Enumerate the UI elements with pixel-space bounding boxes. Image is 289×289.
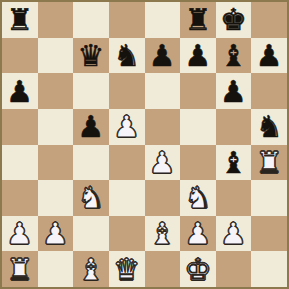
square-b5[interactable] [38,109,74,145]
white-pawn[interactable]: ♟ [113,109,140,144]
square-f8[interactable]: ♜ [180,2,216,38]
square-c6[interactable] [73,73,109,109]
square-h8[interactable] [251,2,287,38]
square-f1[interactable]: ♚ [180,251,216,287]
black-pawn[interactable]: ♟ [220,74,247,109]
white-king[interactable]: ♚ [184,252,211,287]
white-pawn[interactable]: ♟ [6,216,33,251]
square-g2[interactable]: ♟ [216,216,252,252]
square-f6[interactable] [180,73,216,109]
square-b1[interactable] [38,251,74,287]
square-g1[interactable] [216,251,252,287]
square-c3[interactable]: ♞ [73,180,109,216]
square-f3[interactable]: ♞ [180,180,216,216]
square-e6[interactable] [145,73,181,109]
square-d2[interactable] [109,216,145,252]
square-g8[interactable]: ♚ [216,2,252,38]
square-e7[interactable]: ♟ [145,38,181,74]
square-b4[interactable] [38,145,74,181]
white-knight[interactable]: ♞ [184,180,211,215]
white-pawn[interactable]: ♟ [149,145,176,180]
white-bishop[interactable]: ♝ [78,252,105,287]
square-c2[interactable] [73,216,109,252]
square-a7[interactable] [2,38,38,74]
square-d5[interactable]: ♟ [109,109,145,145]
white-queen[interactable]: ♛ [113,252,140,287]
square-d4[interactable] [109,145,145,181]
square-b2[interactable]: ♟ [38,216,74,252]
square-a1[interactable]: ♜ [2,251,38,287]
black-bishop[interactable]: ♝ [220,145,247,180]
square-e3[interactable] [145,180,181,216]
square-f5[interactable] [180,109,216,145]
square-h4[interactable]: ♜ [251,145,287,181]
square-h5[interactable]: ♞ [251,109,287,145]
square-a6[interactable]: ♟ [2,73,38,109]
black-knight[interactable]: ♞ [113,38,140,73]
square-b8[interactable] [38,2,74,38]
white-knight[interactable]: ♞ [78,180,105,215]
black-pawn[interactable]: ♟ [184,38,211,73]
square-d1[interactable]: ♛ [109,251,145,287]
square-a2[interactable]: ♟ [2,216,38,252]
white-bishop[interactable]: ♝ [149,216,176,251]
square-g3[interactable] [216,180,252,216]
square-e4[interactable]: ♟ [145,145,181,181]
black-pawn[interactable]: ♟ [149,38,176,73]
square-g5[interactable] [216,109,252,145]
white-pawn[interactable]: ♟ [42,216,69,251]
square-h2[interactable] [251,216,287,252]
square-f7[interactable]: ♟ [180,38,216,74]
square-c4[interactable] [73,145,109,181]
square-d7[interactable]: ♞ [109,38,145,74]
square-g6[interactable]: ♟ [216,73,252,109]
black-bishop[interactable]: ♝ [220,38,247,73]
white-rook[interactable]: ♜ [256,145,283,180]
square-c5[interactable]: ♟ [73,109,109,145]
square-e8[interactable] [145,2,181,38]
square-c1[interactable]: ♝ [73,251,109,287]
square-a5[interactable] [2,109,38,145]
square-h3[interactable] [251,180,287,216]
black-pawn[interactable]: ♟ [78,109,105,144]
square-c8[interactable] [73,2,109,38]
white-pawn[interactable]: ♟ [220,216,247,251]
white-rook[interactable]: ♜ [6,252,33,287]
square-b6[interactable] [38,73,74,109]
square-a4[interactable] [2,145,38,181]
square-e5[interactable] [145,109,181,145]
black-rook[interactable]: ♜ [184,2,211,37]
square-d8[interactable] [109,2,145,38]
square-f2[interactable]: ♟ [180,216,216,252]
black-queen[interactable]: ♛ [78,38,105,73]
black-pawn[interactable]: ♟ [6,74,33,109]
square-g4[interactable]: ♝ [216,145,252,181]
white-pawn[interactable]: ♟ [184,216,211,251]
square-b7[interactable] [38,38,74,74]
square-h7[interactable]: ♟ [251,38,287,74]
square-d3[interactable] [109,180,145,216]
black-pawn[interactable]: ♟ [256,38,283,73]
black-king[interactable]: ♚ [220,2,247,37]
square-e1[interactable] [145,251,181,287]
square-a8[interactable]: ♜ [2,2,38,38]
square-h1[interactable] [251,251,287,287]
chess-board: ♜♜♚♛♞♟♟♝♟♟♟♟♟♞♟♝♜♞♞♟♟♝♟♟♜♝♛♚ [0,0,289,289]
square-d6[interactable] [109,73,145,109]
square-c7[interactable]: ♛ [73,38,109,74]
square-e2[interactable]: ♝ [145,216,181,252]
square-a3[interactable] [2,180,38,216]
square-f4[interactable] [180,145,216,181]
black-knight[interactable]: ♞ [256,109,283,144]
square-b3[interactable] [38,180,74,216]
black-rook[interactable]: ♜ [6,2,33,37]
square-g7[interactable]: ♝ [216,38,252,74]
square-h6[interactable] [251,73,287,109]
